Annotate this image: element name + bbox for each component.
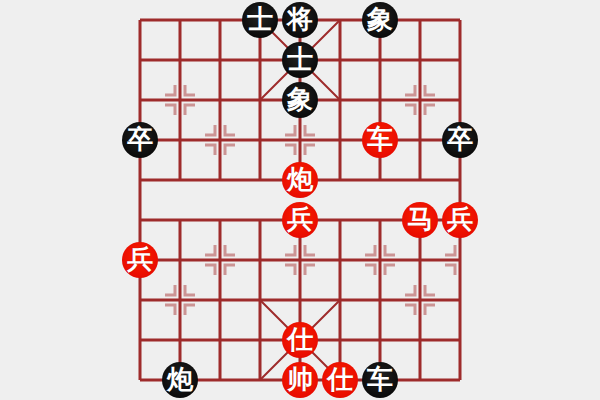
piece-glyph: 车: [367, 126, 393, 152]
piece-glyph: 仕: [327, 366, 353, 392]
piece-black-elephant[interactable]: 象: [282, 82, 318, 118]
piece-black-general[interactable]: 将: [282, 2, 318, 38]
piece-black-elephant[interactable]: 象: [362, 2, 398, 38]
piece-red-horse[interactable]: 马: [402, 202, 438, 238]
xiangqi-board-screenshot: 士将象士象卒车卒炮兵马兵兵仕炮帅仕车: [0, 0, 600, 400]
piece-glyph: 马: [407, 206, 433, 232]
piece-black-soldier[interactable]: 卒: [442, 122, 478, 158]
piece-red-soldier[interactable]: 兵: [282, 202, 318, 238]
piece-glyph: 炮: [287, 166, 313, 192]
pieces-layer: 士将象士象卒车卒炮兵马兵兵仕炮帅仕车: [120, 0, 480, 400]
piece-glyph: 兵: [447, 206, 473, 232]
piece-black-advisor[interactable]: 士: [282, 42, 318, 78]
piece-glyph: 象: [367, 6, 393, 32]
piece-red-advisor[interactable]: 仕: [282, 322, 318, 358]
piece-red-chariot[interactable]: 车: [362, 122, 398, 158]
piece-glyph: 炮: [167, 366, 193, 392]
piece-black-soldier[interactable]: 卒: [122, 122, 158, 158]
piece-black-advisor[interactable]: 士: [242, 2, 278, 38]
piece-red-soldier[interactable]: 兵: [442, 202, 478, 238]
piece-glyph: 卒: [447, 126, 473, 152]
piece-glyph: 将: [287, 6, 313, 32]
piece-glyph: 车: [367, 366, 393, 392]
piece-glyph: 象: [287, 86, 313, 112]
piece-glyph: 兵: [287, 206, 313, 232]
piece-glyph: 仕: [287, 326, 313, 352]
piece-glyph: 士: [287, 46, 313, 72]
piece-glyph: 帅: [287, 366, 313, 392]
piece-red-soldier[interactable]: 兵: [122, 242, 158, 278]
piece-glyph: 卒: [127, 126, 153, 152]
piece-glyph: 士: [247, 6, 273, 32]
piece-red-advisor[interactable]: 仕: [322, 362, 358, 398]
piece-glyph: 兵: [127, 246, 153, 272]
piece-black-chariot[interactable]: 车: [362, 362, 398, 398]
piece-red-general[interactable]: 帅: [282, 362, 318, 398]
piece-red-cannon[interactable]: 炮: [282, 162, 318, 198]
piece-black-cannon[interactable]: 炮: [162, 362, 198, 398]
